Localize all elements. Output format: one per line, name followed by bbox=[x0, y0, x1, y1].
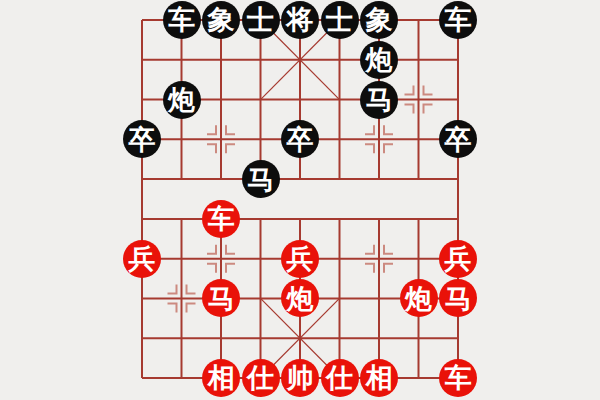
intersection-i1: 车 bbox=[438, 358, 478, 398]
piece-black-advisor[interactable]: 士 bbox=[242, 1, 280, 39]
piece-red-horse[interactable]: 马 bbox=[202, 279, 240, 317]
intersection-i4: 兵 bbox=[438, 239, 478, 279]
intersection-c10: 象 bbox=[201, 0, 241, 40]
intersection-i3: 马 bbox=[438, 278, 478, 318]
intersection-h2 bbox=[399, 318, 439, 358]
intersection-a8 bbox=[122, 80, 162, 120]
piece-black-rook[interactable]: 车 bbox=[163, 1, 201, 39]
intersection-f4 bbox=[320, 239, 360, 279]
intersection-c1: 相 bbox=[201, 358, 241, 398]
intersection-e8 bbox=[280, 80, 320, 120]
intersection-a10 bbox=[122, 0, 162, 40]
piece-red-rook[interactable]: 车 bbox=[439, 359, 477, 397]
intersection-e10: 将 bbox=[280, 0, 320, 40]
intersection-d1: 仕 bbox=[241, 358, 281, 398]
intersection-d7 bbox=[241, 119, 281, 159]
intersection-d10: 士 bbox=[241, 0, 281, 40]
intersection-g2 bbox=[359, 318, 399, 358]
intersection-a5 bbox=[122, 199, 162, 239]
board-intersections: 车象士将士象车炮炮马卒卒卒马车兵兵兵马炮炮马相仕帅仕相车 bbox=[122, 0, 478, 398]
piece-red-cannon[interactable]: 炮 bbox=[400, 279, 438, 317]
piece-red-elephant[interactable]: 相 bbox=[360, 359, 398, 397]
piece-red-horse[interactable]: 马 bbox=[439, 279, 477, 317]
intersection-b9 bbox=[162, 40, 202, 80]
piece-black-rook[interactable]: 车 bbox=[439, 1, 477, 39]
intersection-f10: 士 bbox=[320, 0, 360, 40]
intersection-b3 bbox=[162, 278, 202, 318]
intersection-g8: 马 bbox=[359, 80, 399, 120]
intersection-a6 bbox=[122, 159, 162, 199]
intersection-i2 bbox=[438, 318, 478, 358]
piece-black-horse[interactable]: 马 bbox=[242, 160, 280, 198]
intersection-i9 bbox=[438, 40, 478, 80]
intersection-b10: 车 bbox=[162, 0, 202, 40]
piece-black-soldier[interactable]: 卒 bbox=[281, 120, 319, 158]
intersection-i5 bbox=[438, 199, 478, 239]
intersection-e7: 卒 bbox=[280, 119, 320, 159]
intersection-e3: 炮 bbox=[280, 278, 320, 318]
intersection-a3 bbox=[122, 278, 162, 318]
intersection-h5 bbox=[399, 199, 439, 239]
intersection-h1 bbox=[399, 358, 439, 398]
intersection-b4 bbox=[162, 239, 202, 279]
intersection-b5 bbox=[162, 199, 202, 239]
piece-red-cannon[interactable]: 炮 bbox=[281, 279, 319, 317]
intersection-h4 bbox=[399, 239, 439, 279]
intersection-b2 bbox=[162, 318, 202, 358]
intersection-b7 bbox=[162, 119, 202, 159]
piece-black-soldier[interactable]: 卒 bbox=[123, 120, 161, 158]
piece-black-elephant[interactable]: 象 bbox=[360, 1, 398, 39]
intersection-b6 bbox=[162, 159, 202, 199]
piece-red-advisor[interactable]: 仕 bbox=[321, 359, 359, 397]
intersection-a1 bbox=[122, 358, 162, 398]
piece-black-cannon[interactable]: 炮 bbox=[163, 81, 201, 119]
intersection-h7 bbox=[399, 119, 439, 159]
piece-red-soldier[interactable]: 兵 bbox=[281, 240, 319, 278]
intersection-h8 bbox=[399, 80, 439, 120]
piece-red-soldier[interactable]: 兵 bbox=[123, 240, 161, 278]
intersection-e2 bbox=[280, 318, 320, 358]
intersection-c7 bbox=[201, 119, 241, 159]
intersection-h3: 炮 bbox=[399, 278, 439, 318]
intersection-f3 bbox=[320, 278, 360, 318]
intersection-e4: 兵 bbox=[280, 239, 320, 279]
intersection-h6 bbox=[399, 159, 439, 199]
intersection-e1: 帅 bbox=[280, 358, 320, 398]
piece-black-soldier[interactable]: 卒 bbox=[439, 120, 477, 158]
intersection-c3: 马 bbox=[201, 278, 241, 318]
intersection-g9: 炮 bbox=[359, 40, 399, 80]
intersection-h9 bbox=[399, 40, 439, 80]
piece-black-general[interactable]: 将 bbox=[281, 1, 319, 39]
intersection-f1: 仕 bbox=[320, 358, 360, 398]
intersection-i6 bbox=[438, 159, 478, 199]
intersection-f6 bbox=[320, 159, 360, 199]
intersection-g5 bbox=[359, 199, 399, 239]
piece-red-elephant[interactable]: 相 bbox=[202, 359, 240, 397]
intersection-b8: 炮 bbox=[162, 80, 202, 120]
intersection-c5: 车 bbox=[201, 199, 241, 239]
intersection-g10: 象 bbox=[359, 0, 399, 40]
intersection-b1 bbox=[162, 358, 202, 398]
intersection-d3 bbox=[241, 278, 281, 318]
intersection-c4 bbox=[201, 239, 241, 279]
intersection-g1: 相 bbox=[359, 358, 399, 398]
intersection-d9 bbox=[241, 40, 281, 80]
piece-black-cannon[interactable]: 炮 bbox=[360, 41, 398, 79]
intersection-f8 bbox=[320, 80, 360, 120]
intersection-e5 bbox=[280, 199, 320, 239]
piece-red-rook[interactable]: 车 bbox=[202, 200, 240, 238]
intersection-g7 bbox=[359, 119, 399, 159]
intersection-f7 bbox=[320, 119, 360, 159]
intersection-d5 bbox=[241, 199, 281, 239]
intersection-c6 bbox=[201, 159, 241, 199]
intersection-f5 bbox=[320, 199, 360, 239]
intersection-d8 bbox=[241, 80, 281, 120]
intersection-g3 bbox=[359, 278, 399, 318]
intersection-i10: 车 bbox=[438, 0, 478, 40]
intersection-d2 bbox=[241, 318, 281, 358]
intersection-f2 bbox=[320, 318, 360, 358]
intersection-a7: 卒 bbox=[122, 119, 162, 159]
intersection-i8 bbox=[438, 80, 478, 120]
intersection-g4 bbox=[359, 239, 399, 279]
intersection-h10 bbox=[399, 0, 439, 40]
intersection-e9 bbox=[280, 40, 320, 80]
piece-black-elephant[interactable]: 象 bbox=[202, 1, 240, 39]
intersection-e6 bbox=[280, 159, 320, 199]
piece-red-advisor[interactable]: 仕 bbox=[242, 359, 280, 397]
intersection-a4: 兵 bbox=[122, 239, 162, 279]
intersection-i7: 卒 bbox=[438, 119, 478, 159]
piece-black-advisor[interactable]: 士 bbox=[321, 1, 359, 39]
intersection-d4 bbox=[241, 239, 281, 279]
intersection-f9 bbox=[320, 40, 360, 80]
piece-red-soldier[interactable]: 兵 bbox=[439, 240, 477, 278]
app-background: 车象士将士象车炮炮马卒卒卒马车兵兵兵马炮炮马相仕帅仕相车 bbox=[0, 0, 600, 400]
intersection-a9 bbox=[122, 40, 162, 80]
piece-black-horse[interactable]: 马 bbox=[360, 81, 398, 119]
intersection-d6: 马 bbox=[241, 159, 281, 199]
intersection-c2 bbox=[201, 318, 241, 358]
intersection-c9 bbox=[201, 40, 241, 80]
intersection-g6 bbox=[359, 159, 399, 199]
piece-red-general[interactable]: 帅 bbox=[281, 359, 319, 397]
intersection-c8 bbox=[201, 80, 241, 120]
intersection-a2 bbox=[122, 318, 162, 358]
